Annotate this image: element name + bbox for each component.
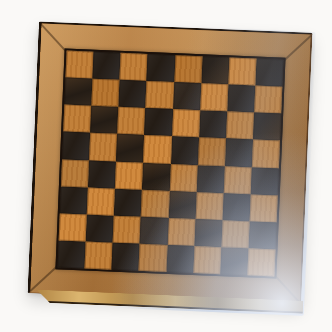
square-a6: [63, 105, 91, 133]
square-a5: [62, 132, 90, 160]
square-h4: [251, 167, 279, 195]
square-c2: [113, 215, 141, 243]
square-a4: [61, 159, 89, 187]
square-f3: [195, 192, 223, 220]
square-g5: [225, 139, 253, 167]
square-d8: [147, 54, 175, 82]
square-f8: [201, 56, 229, 84]
square-b7: [91, 79, 119, 107]
square-c8: [120, 53, 148, 81]
square-b6: [90, 106, 118, 134]
square-c1: [112, 243, 140, 271]
square-d7: [146, 81, 174, 109]
square-d2: [140, 217, 168, 245]
square-e5: [170, 136, 198, 164]
square-c4: [115, 161, 143, 189]
square-e3: [168, 191, 196, 219]
square-h6: [253, 113, 281, 141]
square-h5: [252, 140, 280, 168]
square-b2: [86, 214, 114, 242]
square-e2: [167, 218, 195, 246]
square-b4: [88, 160, 116, 188]
square-c3: [114, 188, 142, 216]
board-grid: [58, 51, 284, 277]
square-d3: [141, 189, 169, 217]
square-f2: [194, 219, 222, 247]
square-f4: [196, 165, 224, 193]
square-h8: [255, 59, 283, 87]
square-g6: [226, 112, 254, 140]
square-a8: [65, 51, 93, 79]
square-g2: [221, 220, 249, 248]
square-f6: [199, 110, 227, 138]
square-f7: [200, 83, 228, 111]
square-a7: [64, 78, 92, 106]
square-f5: [198, 138, 226, 166]
square-a3: [60, 186, 88, 214]
square-e4: [169, 164, 197, 192]
square-c7: [119, 80, 147, 108]
square-e6: [172, 109, 200, 137]
square-d5: [143, 135, 171, 163]
square-d1: [139, 244, 167, 272]
square-b5: [89, 133, 117, 161]
square-b3: [87, 187, 115, 215]
square-d6: [145, 108, 173, 136]
square-g7: [227, 84, 255, 112]
board-base-edge: [36, 290, 303, 314]
frame-miter-joint-top-right: [283, 35, 312, 62]
square-h3: [250, 194, 278, 222]
square-b1: [85, 241, 113, 269]
square-h1: [247, 248, 275, 276]
square-b8: [93, 52, 121, 80]
square-c6: [117, 107, 145, 135]
square-a2: [59, 213, 87, 241]
square-h7: [254, 86, 282, 114]
square-g3: [222, 193, 250, 221]
wooden-board-frame: [27, 21, 312, 304]
checkerboard-playing-area: [55, 48, 285, 278]
frame-miter-joint-top-left: [40, 24, 67, 53]
product-photo-background: [0, 0, 332, 332]
square-g8: [228, 57, 256, 85]
square-d4: [142, 162, 170, 190]
square-a1: [58, 240, 86, 268]
square-g4: [224, 166, 252, 194]
square-h2: [248, 221, 276, 249]
square-e7: [173, 82, 201, 110]
square-e8: [174, 55, 202, 83]
square-e1: [166, 245, 194, 273]
square-f1: [193, 246, 221, 274]
frame-miter-joint-bottom-right: [274, 274, 301, 303]
square-c5: [116, 134, 144, 162]
frame-miter-joint-bottom-left: [29, 265, 58, 292]
square-g1: [220, 247, 248, 275]
